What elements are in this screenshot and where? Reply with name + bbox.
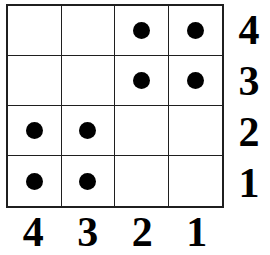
cell-col1-row2 bbox=[169, 106, 223, 156]
col-label-4: 4 bbox=[6, 208, 61, 255]
row-label-4: 4 bbox=[228, 4, 270, 55]
dot bbox=[187, 72, 204, 89]
col-label-3: 3 bbox=[61, 208, 116, 255]
cell-col1-row4 bbox=[169, 6, 223, 56]
cell-col3-row2 bbox=[62, 106, 116, 156]
row-label-2: 2 bbox=[228, 106, 270, 157]
dot bbox=[26, 173, 43, 190]
cell-col2-row4 bbox=[115, 6, 169, 56]
cell-col3-row4 bbox=[62, 6, 116, 56]
column-labels: 4 3 2 1 bbox=[6, 208, 224, 255]
cell-col4-row2 bbox=[8, 106, 62, 156]
cell-col3-row1 bbox=[62, 156, 116, 206]
cell-col4-row1 bbox=[8, 156, 62, 206]
cell-col4-row4 bbox=[8, 6, 62, 56]
cell-col2-row1 bbox=[115, 156, 169, 206]
board-grid bbox=[6, 4, 224, 208]
col-label-2: 2 bbox=[115, 208, 170, 255]
dot bbox=[133, 22, 150, 39]
dot-grid-diagram: 4 3 2 1 4 3 2 1 bbox=[0, 0, 270, 255]
cell-col2-row3 bbox=[115, 56, 169, 106]
row-label-3: 3 bbox=[228, 55, 270, 106]
dot bbox=[26, 122, 43, 139]
col-label-1: 1 bbox=[170, 208, 225, 255]
dot bbox=[133, 72, 150, 89]
cell-col2-row2 bbox=[115, 106, 169, 156]
dot bbox=[187, 22, 204, 39]
dot bbox=[79, 173, 96, 190]
row-labels: 4 3 2 1 bbox=[228, 4, 270, 208]
dot bbox=[79, 122, 96, 139]
cell-col1-row3 bbox=[169, 56, 223, 106]
cell-col1-row1 bbox=[169, 156, 223, 206]
cell-col3-row3 bbox=[62, 56, 116, 106]
row-label-1: 1 bbox=[228, 157, 270, 208]
cell-col4-row3 bbox=[8, 56, 62, 106]
